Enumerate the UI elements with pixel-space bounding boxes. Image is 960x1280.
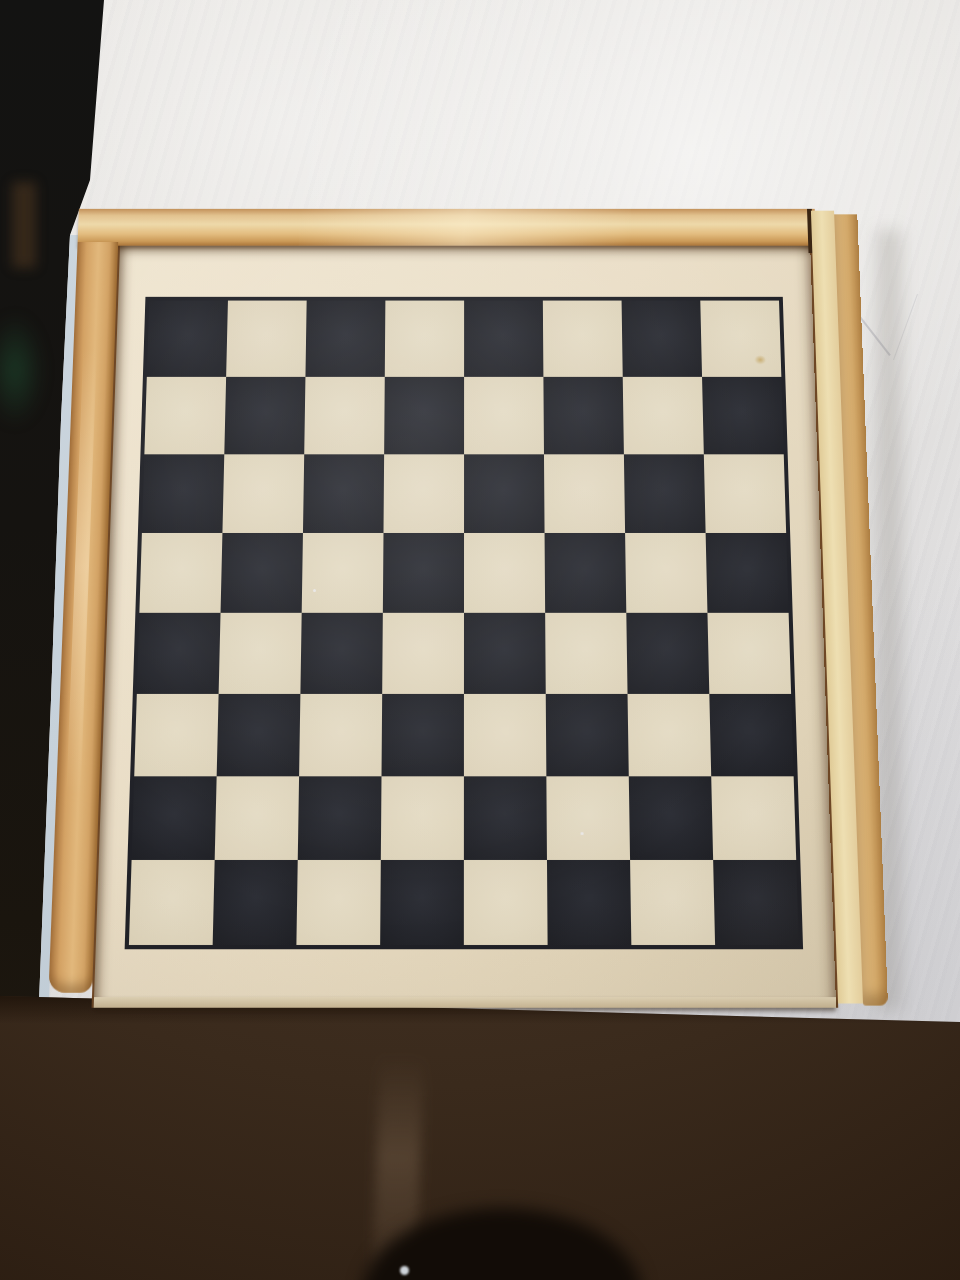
square-f5[interactable] bbox=[545, 533, 627, 613]
square-g4[interactable] bbox=[626, 613, 709, 694]
stain-spot bbox=[754, 355, 766, 364]
square-f8[interactable] bbox=[543, 301, 623, 377]
square-d8[interactable] bbox=[385, 301, 464, 377]
box-top-rail bbox=[77, 209, 816, 246]
square-e4[interactable] bbox=[464, 613, 546, 694]
square-a7[interactable] bbox=[144, 377, 226, 454]
dust-speck bbox=[313, 589, 316, 592]
square-g5[interactable] bbox=[625, 533, 707, 613]
square-f2[interactable] bbox=[546, 776, 630, 860]
square-d1[interactable] bbox=[380, 860, 464, 945]
square-f6[interactable] bbox=[544, 454, 625, 533]
square-e8[interactable] bbox=[464, 301, 543, 377]
square-h1[interactable] bbox=[713, 860, 799, 945]
square-b6[interactable] bbox=[222, 454, 304, 533]
square-g1[interactable] bbox=[630, 860, 715, 945]
square-c8[interactable] bbox=[305, 301, 385, 377]
square-h6[interactable] bbox=[704, 454, 786, 533]
square-e2[interactable] bbox=[464, 776, 547, 860]
wood-sheen bbox=[66, 348, 97, 795]
square-c2[interactable] bbox=[298, 776, 382, 860]
square-e6[interactable] bbox=[464, 454, 545, 533]
box-sliding-lid bbox=[92, 242, 839, 1008]
square-g6[interactable] bbox=[624, 454, 706, 533]
square-f1[interactable] bbox=[547, 860, 631, 945]
game-box-body bbox=[48, 209, 888, 1008]
square-f4[interactable] bbox=[545, 613, 627, 694]
square-a8[interactable] bbox=[147, 301, 228, 377]
square-h3[interactable] bbox=[709, 694, 793, 776]
square-b8[interactable] bbox=[226, 301, 307, 377]
square-h2[interactable] bbox=[711, 776, 796, 860]
square-c7[interactable] bbox=[304, 377, 385, 454]
square-a1[interactable] bbox=[129, 860, 215, 945]
square-g8[interactable] bbox=[622, 301, 702, 377]
square-c5[interactable] bbox=[302, 533, 384, 613]
square-e5[interactable] bbox=[464, 533, 545, 613]
square-e1[interactable] bbox=[464, 860, 548, 945]
square-d4[interactable] bbox=[382, 613, 464, 694]
square-g3[interactable] bbox=[628, 694, 712, 776]
square-e7[interactable] bbox=[464, 377, 544, 454]
square-c3[interactable] bbox=[299, 694, 382, 776]
square-c4[interactable] bbox=[300, 613, 382, 694]
square-g2[interactable] bbox=[629, 776, 713, 860]
square-h4[interactable] bbox=[707, 613, 791, 694]
square-b1[interactable] bbox=[213, 860, 298, 945]
square-h8[interactable] bbox=[700, 301, 781, 377]
square-d3[interactable] bbox=[382, 694, 464, 776]
square-c6[interactable] bbox=[303, 454, 384, 533]
square-b2[interactable] bbox=[215, 776, 299, 860]
square-g7[interactable] bbox=[623, 377, 704, 454]
checkerboard bbox=[125, 297, 803, 949]
square-d7[interactable] bbox=[384, 377, 464, 454]
square-c1[interactable] bbox=[296, 860, 380, 945]
square-b3[interactable] bbox=[217, 694, 301, 776]
scene bbox=[0, 0, 960, 1280]
square-a3[interactable] bbox=[134, 694, 218, 776]
square-b4[interactable] bbox=[219, 613, 302, 694]
square-a2[interactable] bbox=[132, 776, 217, 860]
square-b5[interactable] bbox=[221, 533, 303, 613]
wood-sheen bbox=[299, 209, 631, 246]
background-reflection bbox=[12, 182, 36, 268]
square-d2[interactable] bbox=[381, 776, 464, 860]
square-e3[interactable] bbox=[464, 694, 546, 776]
square-a5[interactable] bbox=[139, 533, 222, 613]
dust-speck bbox=[581, 832, 584, 835]
square-f3[interactable] bbox=[546, 694, 629, 776]
square-f7[interactable] bbox=[543, 377, 623, 454]
lid-bottom-edge bbox=[94, 997, 836, 1008]
square-h7[interactable] bbox=[702, 377, 784, 454]
square-a6[interactable] bbox=[142, 454, 224, 533]
square-b7[interactable] bbox=[224, 377, 305, 454]
square-d5[interactable] bbox=[383, 533, 464, 613]
game-box bbox=[48, 209, 888, 1008]
square-d6[interactable] bbox=[383, 454, 464, 533]
square-a4[interactable] bbox=[137, 613, 221, 694]
floor-speck bbox=[400, 1266, 409, 1275]
square-h5[interactable] bbox=[706, 533, 789, 613]
green-smudge bbox=[0, 295, 54, 445]
